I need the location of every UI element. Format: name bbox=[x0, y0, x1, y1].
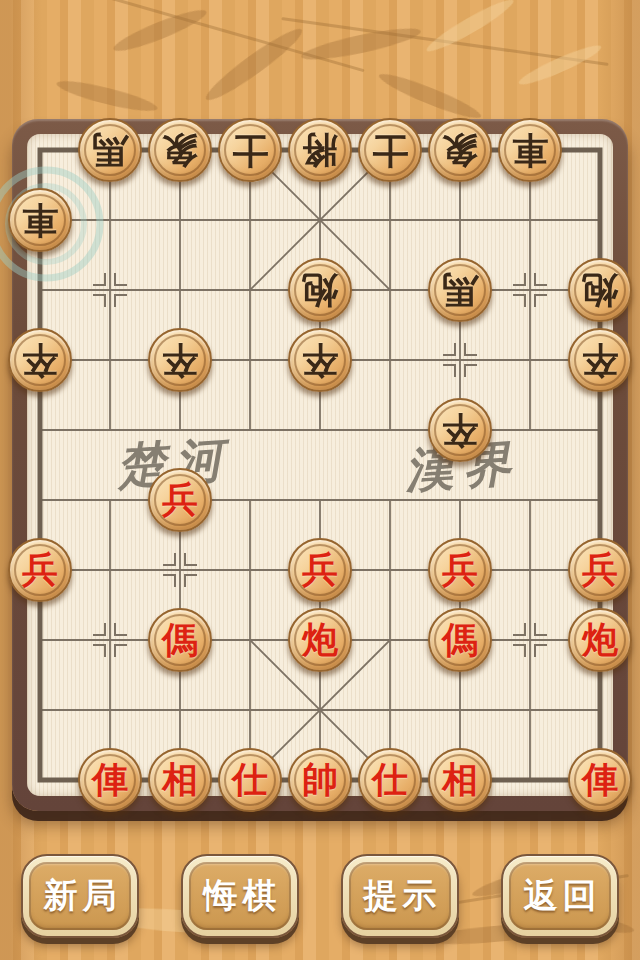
piece-red-仕-f3r9[interactable]: 仕 bbox=[218, 748, 282, 812]
piece-black-卒-f8r3[interactable]: 卒 bbox=[568, 328, 632, 392]
piece-glyph: 車 bbox=[512, 132, 548, 168]
piece-glyph: 炮 bbox=[302, 272, 338, 308]
piece-glyph: 馬 bbox=[92, 132, 128, 168]
piece-glyph: 士 bbox=[232, 132, 268, 168]
piece-red-傌-f2r7[interactable]: 傌 bbox=[148, 608, 212, 672]
piece-glyph: 卒 bbox=[162, 342, 198, 378]
piece-black-馬-f1r0[interactable]: 馬 bbox=[78, 118, 142, 182]
piece-glyph: 象 bbox=[442, 132, 478, 168]
hint-button-face: 提示 bbox=[349, 862, 451, 930]
undo-button-face: 悔棋 bbox=[189, 862, 291, 930]
piece-glyph: 卒 bbox=[582, 342, 618, 378]
piece-glyph: 帥 bbox=[302, 762, 338, 798]
piece-red-炮-f4r7[interactable]: 炮 bbox=[288, 608, 352, 672]
piece-red-仕-f5r9[interactable]: 仕 bbox=[358, 748, 422, 812]
piece-glyph: 兵 bbox=[582, 552, 618, 588]
piece-glyph: 象 bbox=[162, 132, 198, 168]
piece-glyph: 傌 bbox=[162, 622, 198, 658]
undo-button[interactable]: 悔棋 bbox=[181, 854, 299, 938]
piece-black-卒-f2r3[interactable]: 卒 bbox=[148, 328, 212, 392]
xiangqi-app: { "game": "Chinese Chess (Xiangqi)", "po… bbox=[0, 0, 640, 960]
piece-glyph: 相 bbox=[442, 762, 478, 798]
piece-glyph: 馬 bbox=[442, 272, 478, 308]
piece-red-兵-f2r5[interactable]: 兵 bbox=[148, 468, 212, 532]
piece-red-傌-f6r7[interactable]: 傌 bbox=[428, 608, 492, 672]
back-button-label: 返回 bbox=[519, 873, 602, 919]
piece-black-士-f5r0[interactable]: 士 bbox=[358, 118, 422, 182]
new-game-button-face: 新局 bbox=[29, 862, 131, 930]
piece-red-兵-f6r6[interactable]: 兵 bbox=[428, 538, 492, 602]
piece-red-兵-f0r6[interactable]: 兵 bbox=[8, 538, 72, 602]
piece-red-相-f6r9[interactable]: 相 bbox=[428, 748, 492, 812]
piece-glyph: 兵 bbox=[162, 482, 198, 518]
piece-glyph: 炮 bbox=[582, 622, 618, 658]
piece-glyph: 炮 bbox=[582, 272, 618, 308]
piece-glyph: 俥 bbox=[92, 762, 128, 798]
piece-glyph: 卒 bbox=[22, 342, 58, 378]
hint-button[interactable]: 提示 bbox=[341, 854, 459, 938]
piece-red-炮-f8r7[interactable]: 炮 bbox=[568, 608, 632, 672]
piece-glyph: 兵 bbox=[302, 552, 338, 588]
new-game-button-label: 新局 bbox=[39, 873, 122, 919]
piece-glyph: 俥 bbox=[582, 762, 618, 798]
piece-black-炮-f8r2[interactable]: 炮 bbox=[568, 258, 632, 322]
piece-glyph: 車 bbox=[22, 202, 58, 238]
new-game-button[interactable]: 新局 bbox=[21, 854, 139, 938]
back-button-face: 返回 bbox=[509, 862, 611, 930]
piece-black-炮-f4r2[interactable]: 炮 bbox=[288, 258, 352, 322]
piece-black-士-f3r0[interactable]: 士 bbox=[218, 118, 282, 182]
piece-red-相-f2r9[interactable]: 相 bbox=[148, 748, 212, 812]
piece-glyph: 相 bbox=[162, 762, 198, 798]
piece-black-卒-f4r3[interactable]: 卒 bbox=[288, 328, 352, 392]
piece-glyph: 卒 bbox=[302, 342, 338, 378]
piece-red-兵-f4r6[interactable]: 兵 bbox=[288, 538, 352, 602]
hint-button-label: 提示 bbox=[359, 873, 442, 919]
piece-black-車-f0r1[interactable]: 車 bbox=[8, 188, 72, 252]
back-button[interactable]: 返回 bbox=[501, 854, 619, 938]
piece-glyph: 炮 bbox=[302, 622, 338, 658]
piece-red-俥-f1r9[interactable]: 俥 bbox=[78, 748, 142, 812]
piece-glyph: 仕 bbox=[372, 762, 408, 798]
piece-glyph: 卒 bbox=[442, 412, 478, 448]
piece-black-車-f7r0[interactable]: 車 bbox=[498, 118, 562, 182]
piece-black-象-f6r0[interactable]: 象 bbox=[428, 118, 492, 182]
piece-glyph: 仕 bbox=[232, 762, 268, 798]
piece-black-將-f4r0[interactable]: 將 bbox=[288, 118, 352, 182]
piece-glyph: 兵 bbox=[442, 552, 478, 588]
piece-glyph: 兵 bbox=[22, 552, 58, 588]
piece-red-俥-f8r9[interactable]: 俥 bbox=[568, 748, 632, 812]
piece-black-卒-f6r4[interactable]: 卒 bbox=[428, 398, 492, 462]
piece-red-帥-f4r9[interactable]: 帥 bbox=[288, 748, 352, 812]
piece-glyph: 士 bbox=[372, 132, 408, 168]
piece-glyph: 將 bbox=[302, 132, 338, 168]
piece-black-卒-f0r3[interactable]: 卒 bbox=[8, 328, 72, 392]
piece-black-象-f2r0[interactable]: 象 bbox=[148, 118, 212, 182]
piece-black-馬-f6r2[interactable]: 馬 bbox=[428, 258, 492, 322]
piece-red-兵-f8r6[interactable]: 兵 bbox=[568, 538, 632, 602]
piece-glyph: 傌 bbox=[442, 622, 478, 658]
undo-button-label: 悔棋 bbox=[199, 873, 282, 919]
